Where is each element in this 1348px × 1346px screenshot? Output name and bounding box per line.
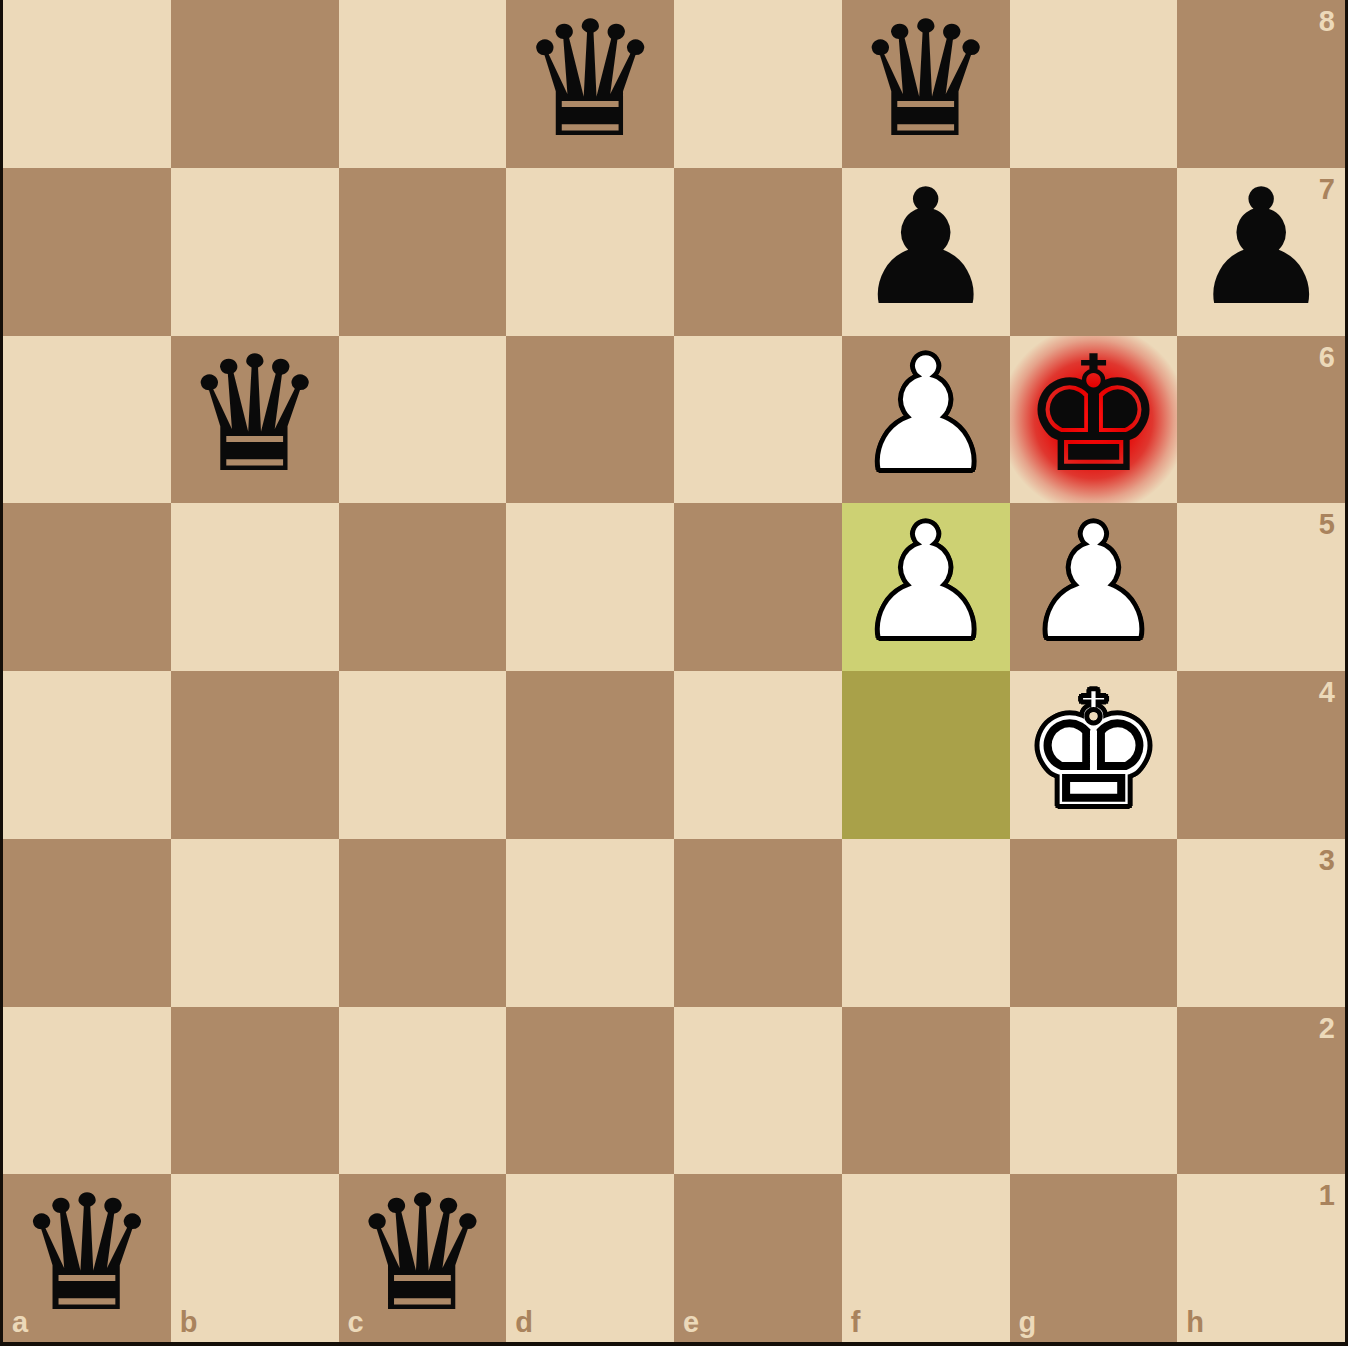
square-e2[interactable] [674,1007,842,1175]
square-f8[interactable]: ♛ [842,0,1010,168]
file-label-h: h [1186,1308,1204,1337]
file-label-b: b [180,1308,198,1337]
square-h1[interactable]: h1 [1177,1174,1345,1342]
rank-label-8: 8 [1319,7,1335,36]
rank-label-1: 1 [1319,1181,1335,1210]
square-g2[interactable] [1010,1007,1178,1175]
square-h4[interactable]: 4 [1177,671,1345,839]
square-b8[interactable] [171,0,339,168]
square-c6[interactable] [339,336,507,504]
square-h3[interactable]: 3 [1177,839,1345,1007]
file-label-e: e [683,1308,699,1337]
square-h2[interactable]: 2 [1177,1007,1345,1175]
rank-label-3: 3 [1319,846,1335,875]
file-label-a: a [12,1308,28,1337]
square-f4[interactable] [842,671,1010,839]
square-d4[interactable] [506,671,674,839]
piece-white-pawn: ♟ [854,336,997,496]
piece-black-pawn: ♟ [854,168,997,328]
square-d3[interactable] [506,839,674,1007]
square-c4[interactable] [339,671,507,839]
piece-white-pawn: ♟ [854,503,997,663]
square-h6[interactable]: 6 [1177,336,1345,504]
piece-black-queen: ♛ [15,1174,158,1334]
square-a8[interactable] [3,0,171,168]
square-h8[interactable]: 8 [1177,0,1345,168]
square-a3[interactable] [3,839,171,1007]
square-c8[interactable] [339,0,507,168]
square-d1[interactable]: d [506,1174,674,1342]
square-b1[interactable]: b [171,1174,339,1342]
square-f1[interactable]: f [842,1174,1010,1342]
square-e1[interactable]: e [674,1174,842,1342]
square-h5[interactable]: 5 [1177,503,1345,671]
file-label-d: d [515,1308,533,1337]
square-e8[interactable] [674,0,842,168]
square-e7[interactable] [674,168,842,336]
piece-black-pawn: ♟ [1189,168,1332,328]
square-g7[interactable] [1010,168,1178,336]
piece-black-queen: ♛ [183,336,326,496]
square-e5[interactable] [674,503,842,671]
piece-white-pawn: ♟ [1022,503,1165,663]
square-d5[interactable] [506,503,674,671]
square-d6[interactable] [506,336,674,504]
square-c1[interactable]: ♛c [339,1174,507,1342]
square-b4[interactable] [171,671,339,839]
file-label-c: c [348,1308,364,1337]
piece-black-king: ♚ [1022,336,1165,496]
square-c5[interactable] [339,503,507,671]
square-g6[interactable]: ♚ [1010,336,1178,504]
square-f6[interactable]: ♟ [842,336,1010,504]
square-f2[interactable] [842,1007,1010,1175]
square-a7[interactable] [3,168,171,336]
rank-label-2: 2 [1319,1014,1335,1043]
piece-black-queen: ♛ [518,0,661,160]
piece-black-queen: ♛ [351,1174,494,1334]
square-b5[interactable] [171,503,339,671]
square-a2[interactable] [3,1007,171,1175]
square-a4[interactable] [3,671,171,839]
square-b7[interactable] [171,168,339,336]
square-b3[interactable] [171,839,339,1007]
square-b6[interactable]: ♛ [171,336,339,504]
square-f5[interactable]: ♟ [842,503,1010,671]
square-g4[interactable]: ♚ [1010,671,1178,839]
file-label-g: g [1019,1308,1037,1337]
square-e3[interactable] [674,839,842,1007]
square-d7[interactable] [506,168,674,336]
square-b2[interactable] [171,1007,339,1175]
square-f7[interactable]: ♟ [842,168,1010,336]
rank-label-7: 7 [1319,175,1335,204]
square-c3[interactable] [339,839,507,1007]
square-e6[interactable] [674,336,842,504]
square-f3[interactable] [842,839,1010,1007]
rank-label-6: 6 [1319,343,1335,372]
square-g5[interactable]: ♟ [1010,503,1178,671]
square-d2[interactable] [506,1007,674,1175]
piece-white-king: ♚ [1022,671,1165,831]
file-label-f: f [851,1308,861,1337]
square-g1[interactable]: g [1010,1174,1178,1342]
square-a1[interactable]: ♛a [3,1174,171,1342]
square-g8[interactable] [1010,0,1178,168]
square-a5[interactable] [3,503,171,671]
square-h7[interactable]: ♟7 [1177,168,1345,336]
square-e4[interactable] [674,671,842,839]
square-d8[interactable]: ♛ [506,0,674,168]
square-a6[interactable] [3,336,171,504]
square-c7[interactable] [339,168,507,336]
square-g3[interactable] [1010,839,1178,1007]
piece-black-queen: ♛ [854,0,997,160]
rank-label-5: 5 [1319,510,1335,539]
rank-label-4: 4 [1319,678,1335,707]
square-c2[interactable] [339,1007,507,1175]
chess-board: ♛♛8♟♟7♛♟♚6♟♟5♚432♛ab♛cdefgh1 [0,0,1348,1346]
